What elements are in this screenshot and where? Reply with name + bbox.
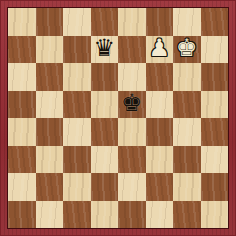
square-g8[interactable] <box>173 8 201 36</box>
square-c1[interactable] <box>63 201 91 229</box>
square-h4[interactable] <box>201 118 229 146</box>
square-a7[interactable] <box>8 36 36 64</box>
square-f8[interactable] <box>146 8 174 36</box>
square-c3[interactable] <box>63 146 91 174</box>
square-a5[interactable] <box>8 91 36 119</box>
square-d8[interactable] <box>91 8 119 36</box>
square-f3[interactable] <box>146 146 174 174</box>
square-h5[interactable] <box>201 91 229 119</box>
square-b8[interactable] <box>36 8 64 36</box>
piece-black-queen[interactable]: ♛ <box>93 36 115 60</box>
square-f4[interactable] <box>146 118 174 146</box>
square-h1[interactable] <box>201 201 229 229</box>
board-frame: ♛♟♚♚ <box>0 0 236 236</box>
square-h8[interactable] <box>201 8 229 36</box>
square-f5[interactable] <box>146 91 174 119</box>
square-e2[interactable] <box>118 173 146 201</box>
square-d7[interactable]: ♛ <box>91 36 119 64</box>
square-d4[interactable] <box>91 118 119 146</box>
square-c6[interactable] <box>63 63 91 91</box>
square-d1[interactable] <box>91 201 119 229</box>
piece-black-king[interactable]: ♚ <box>121 91 143 115</box>
square-c5[interactable] <box>63 91 91 119</box>
square-a2[interactable] <box>8 173 36 201</box>
square-h6[interactable] <box>201 63 229 91</box>
square-a8[interactable] <box>8 8 36 36</box>
square-c7[interactable] <box>63 36 91 64</box>
square-b2[interactable] <box>36 173 64 201</box>
square-e1[interactable] <box>118 201 146 229</box>
square-a4[interactable] <box>8 118 36 146</box>
square-e6[interactable] <box>118 63 146 91</box>
square-c8[interactable] <box>63 8 91 36</box>
square-d2[interactable] <box>91 173 119 201</box>
square-d6[interactable] <box>91 63 119 91</box>
square-b3[interactable] <box>36 146 64 174</box>
square-a1[interactable] <box>8 201 36 229</box>
square-d5[interactable] <box>91 91 119 119</box>
square-b4[interactable] <box>36 118 64 146</box>
square-g5[interactable] <box>173 91 201 119</box>
piece-white-pawn[interactable]: ♟ <box>148 36 170 60</box>
square-g2[interactable] <box>173 173 201 201</box>
square-e5[interactable]: ♚ <box>118 91 146 119</box>
square-h3[interactable] <box>201 146 229 174</box>
square-d3[interactable] <box>91 146 119 174</box>
square-b1[interactable] <box>36 201 64 229</box>
square-e4[interactable] <box>118 118 146 146</box>
square-g6[interactable] <box>173 63 201 91</box>
square-g3[interactable] <box>173 146 201 174</box>
square-b6[interactable] <box>36 63 64 91</box>
square-f7[interactable]: ♟ <box>146 36 174 64</box>
square-e7[interactable] <box>118 36 146 64</box>
square-e3[interactable] <box>118 146 146 174</box>
square-g1[interactable] <box>173 201 201 229</box>
square-f2[interactable] <box>146 173 174 201</box>
square-b5[interactable] <box>36 91 64 119</box>
square-a6[interactable] <box>8 63 36 91</box>
piece-white-king[interactable]: ♚ <box>176 36 198 60</box>
square-f1[interactable] <box>146 201 174 229</box>
square-c4[interactable] <box>63 118 91 146</box>
square-e8[interactable] <box>118 8 146 36</box>
square-b7[interactable] <box>36 36 64 64</box>
square-a3[interactable] <box>8 146 36 174</box>
square-g7[interactable]: ♚ <box>173 36 201 64</box>
square-h7[interactable] <box>201 36 229 64</box>
square-g4[interactable] <box>173 118 201 146</box>
square-c2[interactable] <box>63 173 91 201</box>
square-f6[interactable] <box>146 63 174 91</box>
square-h2[interactable] <box>201 173 229 201</box>
chessboard: ♛♟♚♚ <box>7 7 229 229</box>
